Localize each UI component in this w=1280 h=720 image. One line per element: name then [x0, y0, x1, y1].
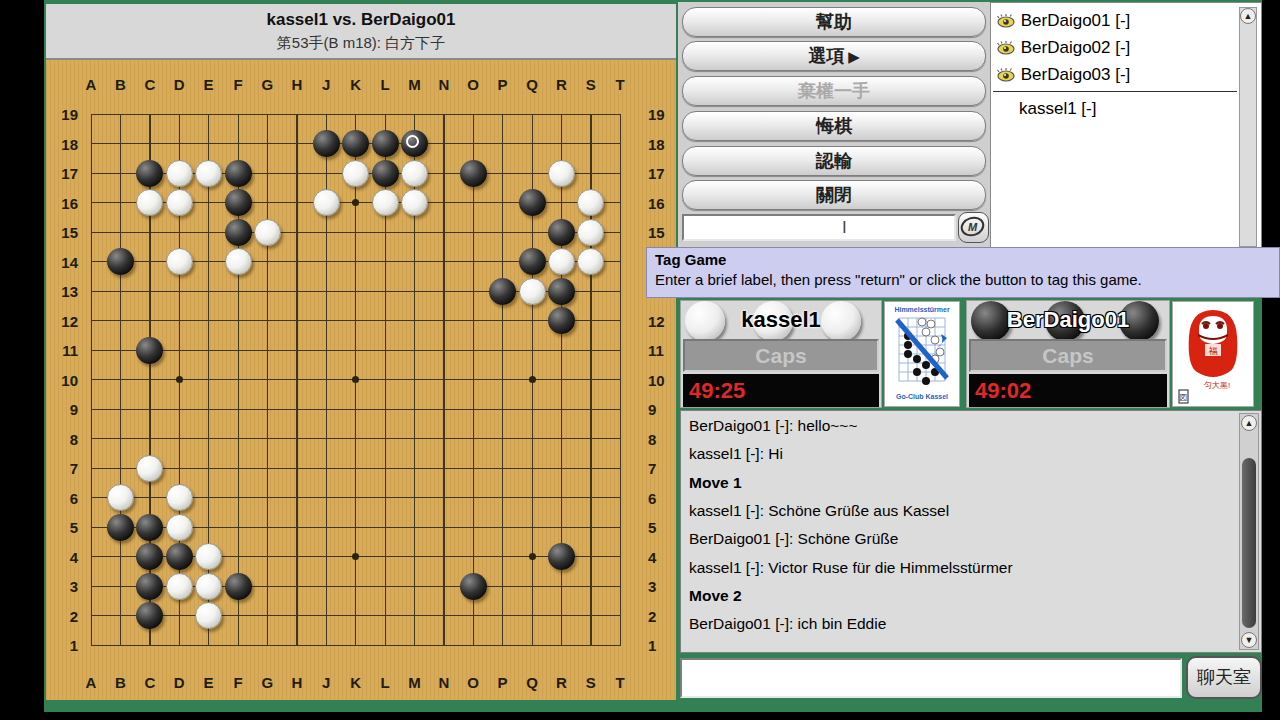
black-stone	[136, 337, 163, 364]
col-label-top: Q	[522, 76, 542, 93]
observer-name: BerDaigo02 [-]	[1021, 38, 1131, 57]
row-label-left: 19	[52, 106, 78, 123]
text-cursor-icon: I	[842, 218, 847, 238]
white-player-logo: Himmelsstürmer Go-Club Kassel	[884, 301, 960, 407]
col-label-bottom: Q	[522, 674, 542, 691]
black-stone	[519, 189, 546, 216]
black-stone	[342, 130, 369, 157]
col-label-top: A	[81, 76, 101, 93]
options-button[interactable]: 選項 ▶	[682, 41, 986, 71]
col-label-top: P	[493, 76, 513, 93]
row-label-right: 6	[648, 490, 674, 507]
observer-row[interactable]: BerDaigo03 [-]	[997, 65, 1130, 89]
star-point	[529, 376, 536, 383]
black-stone	[225, 189, 252, 216]
white-stone	[548, 248, 575, 275]
white-stone	[166, 573, 193, 600]
row-label-right: 2	[648, 608, 674, 625]
col-label-bottom: L	[375, 674, 395, 691]
col-label-top: B	[110, 76, 130, 93]
white-stone	[372, 189, 399, 216]
scroll-down-icon[interactable]: ▼	[1241, 632, 1257, 648]
black-stone	[166, 543, 193, 570]
col-label-bottom: A	[81, 674, 101, 691]
col-label-bottom: D	[169, 674, 189, 691]
row-label-right: 12	[648, 313, 674, 330]
black-stone	[225, 160, 252, 187]
row-label-left: 7	[52, 460, 78, 477]
row-label-right: 16	[648, 195, 674, 212]
black-stone	[313, 130, 340, 157]
white-stone	[195, 160, 222, 187]
col-label-top: N	[434, 76, 454, 93]
logo-bottom-text: Go-Club Kassel	[896, 393, 948, 400]
black-stone	[372, 130, 399, 157]
col-label-bottom: G	[257, 674, 277, 691]
row-label-right: 3	[648, 578, 674, 595]
white-stone	[166, 484, 193, 511]
star-point	[352, 376, 359, 383]
row-label-right: 17	[648, 165, 674, 182]
chat-input[interactable]	[680, 658, 1182, 698]
white-stone	[401, 160, 428, 187]
row-label-right: 15	[648, 224, 674, 241]
close-button[interactable]: 關閉	[682, 180, 986, 210]
row-label-left: 15	[52, 224, 78, 241]
resign-button[interactable]: 認輸	[682, 146, 986, 176]
row-label-right: 7	[648, 460, 674, 477]
col-label-top: M	[404, 76, 424, 93]
scroll-up-icon[interactable]: ▲	[1241, 415, 1257, 431]
observer-list-scrollbar[interactable]: ▲	[1239, 7, 1257, 247]
row-label-left: 14	[52, 254, 78, 271]
black-captures: Caps	[969, 339, 1167, 372]
col-label-bottom: T	[610, 674, 630, 691]
white-stone	[195, 602, 222, 629]
svg-text:福: 福	[1209, 346, 1218, 356]
black-stone	[489, 278, 516, 305]
undo-button[interactable]: 悔棋	[682, 111, 986, 141]
goban[interactable]: AA1919BB1818CC1717DD1616EE1515FF1414GG13…	[46, 60, 676, 700]
black-stone	[548, 307, 575, 334]
svg-text:M: M	[968, 221, 978, 233]
last-move-marker	[406, 135, 419, 148]
black-stone	[548, 219, 575, 246]
row-label-left: 12	[52, 313, 78, 330]
col-label-bottom: J	[316, 674, 336, 691]
col-label-top: D	[169, 76, 189, 93]
eye-icon	[997, 41, 1016, 55]
scroll-up-icon[interactable]: ▲	[1240, 8, 1256, 24]
row-label-left: 6	[52, 490, 78, 507]
col-label-top: C	[140, 76, 160, 93]
col-label-bottom: C	[140, 674, 160, 691]
game-title-bar: kassel1 vs. BerDaigo01 第53手(B m18): 白方下子	[46, 4, 676, 60]
col-label-bottom: H	[287, 674, 307, 691]
row-label-right: 4	[648, 549, 674, 566]
grid-line	[443, 114, 444, 646]
tag-button[interactable]: M	[958, 212, 989, 243]
row-label-right: 5	[648, 519, 674, 536]
row-label-right: 8	[648, 431, 674, 448]
row-label-left: 4	[52, 549, 78, 566]
white-captures: Caps	[683, 339, 879, 372]
white-stone	[166, 514, 193, 541]
chat-message: kassel1 [-]: Schöne Grüße aus Kassel	[689, 502, 949, 520]
row-label-left: 10	[52, 372, 78, 389]
black-stone	[519, 248, 546, 275]
col-label-top: L	[375, 76, 395, 93]
col-label-bottom: R	[551, 674, 571, 691]
white-stone	[166, 160, 193, 187]
col-label-bottom: M	[404, 674, 424, 691]
chat-log: ▲ ▼ BerDaigo01 [-]: hello~~~kassel1 [-]:…	[680, 410, 1262, 653]
col-label-top: O	[463, 76, 483, 93]
move-status: 第53手(B m18): 白方下子	[46, 34, 676, 53]
row-label-left: 13	[52, 283, 78, 300]
col-label-bottom: N	[434, 674, 454, 691]
col-label-top: J	[316, 76, 336, 93]
observer-row[interactable]: BerDaigo01 [-]	[997, 11, 1130, 35]
black-stone	[225, 219, 252, 246]
col-label-top: R	[551, 76, 571, 93]
observer-name: BerDaigo03 [-]	[1021, 65, 1131, 84]
col-label-top: T	[610, 76, 630, 93]
white-stone	[313, 189, 340, 216]
white-stone	[136, 455, 163, 482]
chat-scrollbar[interactable]: ▲ ▼	[1239, 413, 1259, 650]
chat-message: BerDaigo01 [-]: ich bin Eddie	[689, 615, 886, 633]
row-label-left: 8	[52, 431, 78, 448]
white-stone	[519, 278, 546, 305]
eye-icon	[997, 68, 1016, 82]
chat-message: BerDaigo01 [-]: Schöne Grüße	[689, 530, 898, 548]
chat-room-button[interactable]: 聊天室	[1186, 656, 1262, 699]
chat-message: kassel1 [-]: Hi	[689, 445, 783, 463]
white-stone	[107, 484, 134, 511]
black-stone	[548, 543, 575, 570]
list-separator	[993, 91, 1237, 92]
board-panel: kassel1 vs. BerDaigo01 第53手(B m18): 白方下子…	[46, 4, 676, 700]
white-stone	[342, 160, 369, 187]
grid-line	[473, 114, 474, 646]
scrollbar-thumb[interactable]	[1242, 458, 1256, 628]
star-point	[352, 553, 359, 560]
row-label-right: 11	[648, 342, 674, 359]
row-label-left: 17	[52, 165, 78, 182]
grid-line	[620, 114, 621, 646]
black-stone	[225, 573, 252, 600]
col-label-top: H	[287, 76, 307, 93]
row-label-left: 1	[52, 637, 78, 654]
chat-message: BerDaigo01 [-]: hello~~~	[689, 417, 857, 435]
black-stone	[136, 160, 163, 187]
col-label-bottom: B	[110, 674, 130, 691]
row-label-left: 11	[52, 342, 78, 359]
black-stone	[548, 278, 575, 305]
stamp-m-icon: M	[959, 213, 986, 240]
white-clock: 49:25	[683, 374, 879, 407]
white-stone	[195, 573, 222, 600]
help-button[interactable]: 幫助	[682, 7, 986, 37]
black-player-logo: 福 匀大黑! 図	[1172, 301, 1254, 407]
tag-input[interactable]: I	[682, 214, 956, 241]
black-stone	[460, 573, 487, 600]
tooltip-title: Tag Game	[655, 251, 1271, 268]
black-player-name: BerDaigo01	[967, 307, 1169, 333]
black-stone	[460, 160, 487, 187]
eye-icon	[997, 14, 1016, 28]
row-label-left: 5	[52, 519, 78, 536]
col-label-top: S	[581, 76, 601, 93]
col-label-bottom: P	[493, 674, 513, 691]
grid-line	[91, 409, 621, 410]
col-label-bottom: O	[463, 674, 483, 691]
col-label-bottom: E	[199, 674, 219, 691]
white-stone	[166, 189, 193, 216]
black-stone	[136, 543, 163, 570]
white-stone	[225, 248, 252, 275]
grid-line	[91, 645, 621, 646]
tooltip-body: Enter a brief label, then press "return"…	[655, 271, 1271, 288]
grid-line	[502, 114, 503, 646]
player-row[interactable]: kassel1 [-]	[1019, 99, 1096, 123]
row-label-right: 19	[648, 106, 674, 123]
row-label-right: 18	[648, 136, 674, 153]
row-label-left: 3	[52, 578, 78, 595]
white-stone	[548, 160, 575, 187]
star-point	[352, 199, 359, 206]
options-arrow-icon: ▶	[844, 48, 860, 65]
row-label-right: 1	[648, 637, 674, 654]
white-stone	[166, 248, 193, 275]
black-stone	[136, 602, 163, 629]
row-label-left: 9	[52, 401, 78, 418]
row-label-left: 2	[52, 608, 78, 625]
black-stone	[136, 514, 163, 541]
white-player-name: kassel1	[681, 307, 881, 333]
white-stone	[577, 189, 604, 216]
star-point	[529, 553, 536, 560]
star-point	[176, 376, 183, 383]
logo-top-text: Himmelsstürmer	[894, 306, 950, 313]
white-stone	[577, 248, 604, 275]
white-stone	[195, 543, 222, 570]
observer-row[interactable]: BerDaigo02 [-]	[997, 38, 1130, 62]
tag-tooltip: Tag Game Enter a brief label, then press…	[646, 247, 1280, 298]
black-stone	[372, 160, 399, 187]
chat-move-marker: Move 2	[689, 587, 742, 605]
col-label-top: K	[346, 76, 366, 93]
svg-text:匀大黑!: 匀大黑!	[1204, 381, 1230, 390]
black-stone	[107, 248, 134, 275]
black-stone	[107, 514, 134, 541]
white-stone	[577, 219, 604, 246]
white-stone	[401, 189, 428, 216]
svg-text:図: 図	[1180, 393, 1188, 402]
black-stone	[136, 573, 163, 600]
col-label-bottom: K	[346, 674, 366, 691]
white-stone	[254, 219, 281, 246]
row-label-right: 10	[648, 372, 674, 389]
row-label-left: 18	[52, 136, 78, 153]
row-label-left: 16	[52, 195, 78, 212]
grid-line	[91, 438, 621, 439]
white-player-panel: kassel1 Caps 49:25	[680, 300, 882, 408]
col-label-top: F	[228, 76, 248, 93]
grid-line	[91, 615, 621, 616]
chat-move-marker: Move 1	[689, 474, 742, 492]
pass-button[interactable]: 棄權一手	[682, 76, 986, 106]
col-label-top: G	[257, 76, 277, 93]
col-label-bottom: F	[228, 674, 248, 691]
daruma-logo: 福 匀大黑! 図	[1173, 302, 1253, 406]
black-player-panel: BerDaigo01 Caps 49:02	[966, 300, 1170, 408]
col-label-bottom: S	[581, 674, 601, 691]
row-label-right: 9	[648, 401, 674, 418]
black-clock: 49:02	[969, 374, 1167, 407]
game-title: kassel1 vs. BerDaigo01	[46, 10, 676, 30]
chat-message: kassel1 [-]: Victor Ruse für die Himmels…	[689, 559, 1013, 577]
col-label-top: E	[199, 76, 219, 93]
go-club-kassel-logo: Himmelsstürmer Go-Club Kassel	[885, 302, 959, 406]
grid-line	[91, 468, 621, 469]
white-stone	[136, 189, 163, 216]
observer-name: BerDaigo01 [-]	[1021, 11, 1131, 30]
